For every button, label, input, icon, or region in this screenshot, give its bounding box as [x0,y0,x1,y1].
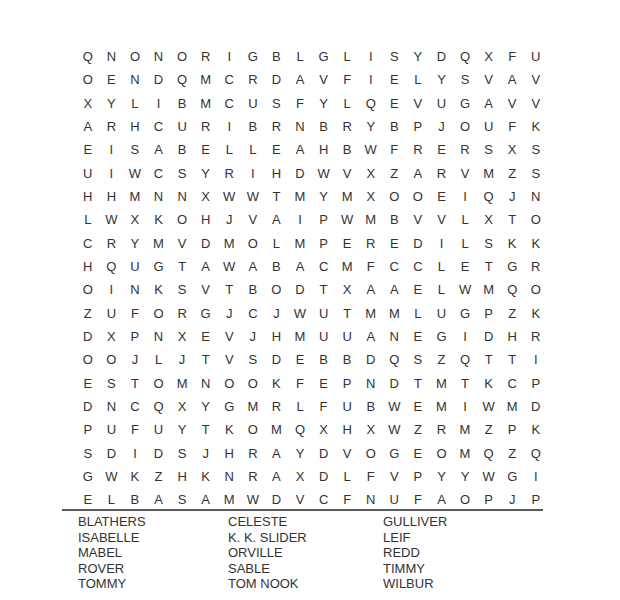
grid-cell[interactable]: B [383,115,407,138]
grid-cell[interactable]: B [170,138,194,161]
grid-cell[interactable]: R [194,115,218,138]
grid-cell[interactable]: O [524,278,548,301]
grid-cell[interactable]: J [194,442,218,465]
grid-cell[interactable]: I [453,395,477,418]
grid-cell[interactable]: A [500,68,524,91]
grid-cell[interactable]: W [241,185,265,208]
grid-cell[interactable]: A [383,278,407,301]
grid-cell[interactable]: D [76,325,100,348]
grid-cell[interactable]: W [335,208,359,231]
grid-cell[interactable]: N [147,185,171,208]
grid-cell[interactable]: Q [500,278,524,301]
grid-cell[interactable]: X [312,418,336,441]
grid-cell[interactable]: S [76,442,100,465]
grid-cell[interactable]: E [430,138,454,161]
grid-cell[interactable]: B [241,115,265,138]
grid-cell[interactable]: X [100,325,124,348]
grid-cell[interactable]: I [430,232,454,255]
grid-cell[interactable]: F [123,302,147,325]
grid-cell[interactable]: U [170,115,194,138]
grid-cell[interactable]: X [170,395,194,418]
grid-cell[interactable]: D [477,325,501,348]
grid-cell[interactable]: R [194,45,218,68]
grid-cell[interactable]: M [147,232,171,255]
grid-cell[interactable]: O [147,302,171,325]
grid-cell[interactable]: S [170,162,194,185]
grid-cell[interactable]: R [453,138,477,161]
grid-cell[interactable]: I [524,465,548,488]
grid-cell[interactable]: H [265,325,289,348]
grid-cell[interactable]: I [241,162,265,185]
grid-cell[interactable]: D [265,68,289,91]
grid-cell[interactable]: O [359,442,383,465]
grid-cell[interactable]: T [123,372,147,395]
grid-cell[interactable]: Z [500,162,524,185]
grid-cell[interactable]: V [383,465,407,488]
grid-cell[interactable]: W [123,162,147,185]
grid-cell[interactable]: H [170,465,194,488]
grid-cell[interactable]: A [288,255,312,278]
grid-cell[interactable]: C [406,255,430,278]
grid-cell[interactable]: L [288,395,312,418]
grid-cell[interactable]: S [170,442,194,465]
grid-cell[interactable]: W [383,395,407,418]
grid-cell[interactable]: U [123,255,147,278]
grid-cell[interactable]: H [123,115,147,138]
grid-cell[interactable]: E [194,138,218,161]
grid-cell[interactable]: X [170,325,194,348]
grid-cell[interactable]: O [241,232,265,255]
grid-cell[interactable]: H [335,418,359,441]
grid-cell[interactable]: Y [100,92,124,115]
grid-cell[interactable]: J [241,325,265,348]
grid-cell[interactable]: M [288,232,312,255]
grid-cell[interactable]: O [100,348,124,371]
grid-cell[interactable]: V [500,92,524,115]
grid-cell[interactable]: G [147,255,171,278]
grid-cell[interactable]: I [147,92,171,115]
grid-cell[interactable]: Y [288,442,312,465]
grid-cell[interactable]: G [500,255,524,278]
grid-cell[interactable]: D [194,232,218,255]
grid-cell[interactable]: L [123,92,147,115]
grid-cell[interactable]: S [524,162,548,185]
grid-cell[interactable]: A [194,255,218,278]
grid-cell[interactable]: M [194,92,218,115]
grid-cell[interactable]: J [170,348,194,371]
grid-cell[interactable]: V [241,208,265,231]
grid-cell[interactable]: D [100,442,124,465]
grid-cell[interactable]: K [524,232,548,255]
grid-cell[interactable]: G [453,92,477,115]
grid-cell[interactable]: U [76,162,100,185]
grid-cell[interactable]: G [241,45,265,68]
grid-cell[interactable]: C [500,372,524,395]
grid-cell[interactable]: Q [170,68,194,91]
grid-cell[interactable]: B [265,255,289,278]
grid-cell[interactable]: D [147,442,171,465]
grid-cell[interactable]: P [524,372,548,395]
grid-cell[interactable]: L [453,208,477,231]
grid-cell[interactable]: C [241,302,265,325]
grid-cell[interactable]: X [477,208,501,231]
grid-cell[interactable]: H [194,208,218,231]
grid-cell[interactable]: K [147,208,171,231]
grid-cell[interactable]: L [430,278,454,301]
grid-cell[interactable]: S [241,348,265,371]
grid-cell[interactable]: H [76,185,100,208]
grid-cell[interactable]: E [265,138,289,161]
grid-cell[interactable]: M [500,395,524,418]
grid-cell[interactable]: I [453,325,477,348]
grid-cell[interactable]: M [477,278,501,301]
grid-cell[interactable]: M [335,255,359,278]
grid-cell[interactable]: I [288,208,312,231]
grid-cell[interactable]: E [430,185,454,208]
grid-cell[interactable]: D [430,45,454,68]
grid-cell[interactable]: G [430,325,454,348]
grid-cell[interactable]: K [500,232,524,255]
grid-cell[interactable]: B [265,45,289,68]
grid-cell[interactable]: V [477,68,501,91]
grid-cell[interactable]: P [312,208,336,231]
grid-cell[interactable]: V [406,92,430,115]
grid-cell[interactable]: A [265,465,289,488]
grid-cell[interactable]: T [500,208,524,231]
grid-cell[interactable]: D [265,348,289,371]
grid-cell[interactable]: L [147,348,171,371]
grid-cell[interactable]: M [265,418,289,441]
grid-cell[interactable]: M [217,232,241,255]
grid-cell[interactable]: Q [477,185,501,208]
grid-cell[interactable]: D [312,465,336,488]
grid-cell[interactable]: N [217,465,241,488]
grid-cell[interactable]: A [241,255,265,278]
grid-cell[interactable]: S [524,138,548,161]
grid-cell[interactable]: O [241,372,265,395]
grid-cell[interactable]: N [100,395,124,418]
grid-cell[interactable]: G [500,465,524,488]
grid-cell[interactable]: L [406,68,430,91]
grid-cell[interactable]: O [383,185,407,208]
grid-cell[interactable]: R [430,418,454,441]
grid-cell[interactable]: F [288,372,312,395]
grid-cell[interactable]: O [453,115,477,138]
grid-cell[interactable]: Q [359,92,383,115]
grid-cell[interactable]: P [406,115,430,138]
grid-cell[interactable]: G [217,395,241,418]
grid-cell[interactable]: T [477,255,501,278]
grid-cell[interactable]: J [123,348,147,371]
grid-cell[interactable]: T [217,278,241,301]
grid-cell[interactable]: L [335,92,359,115]
grid-cell[interactable]: Y [194,395,218,418]
grid-cell[interactable]: Z [383,162,407,185]
grid-cell[interactable]: D [288,162,312,185]
grid-cell[interactable]: A [359,278,383,301]
grid-cell[interactable]: W [312,162,336,185]
grid-cell[interactable]: B [359,395,383,418]
grid-cell[interactable]: O [76,68,100,91]
grid-cell[interactable]: J [430,115,454,138]
grid-cell[interactable]: I [100,278,124,301]
grid-cell[interactable]: L [265,232,289,255]
grid-cell[interactable]: T [194,418,218,441]
grid-cell[interactable]: R [170,302,194,325]
grid-cell[interactable]: A [288,138,312,161]
grid-cell[interactable]: Y [453,465,477,488]
grid-cell[interactable]: R [524,255,548,278]
grid-cell[interactable]: H [76,255,100,278]
grid-cell[interactable]: C [217,92,241,115]
grid-cell[interactable]: B [335,138,359,161]
grid-cell[interactable]: O [265,278,289,301]
grid-cell[interactable]: K [524,418,548,441]
grid-cell[interactable]: L [430,255,454,278]
grid-cell[interactable]: N [288,115,312,138]
grid-cell[interactable]: C [76,232,100,255]
grid-cell[interactable]: K [524,302,548,325]
grid-cell[interactable]: M [430,395,454,418]
grid-cell[interactable]: E [312,372,336,395]
grid-cell[interactable]: L [406,302,430,325]
grid-cell[interactable]: I [217,45,241,68]
grid-cell[interactable]: X [123,208,147,231]
grid-cell[interactable]: M [383,302,407,325]
grid-cell[interactable]: L [217,138,241,161]
grid-cell[interactable]: S [265,92,289,115]
grid-cell[interactable]: D [312,442,336,465]
grid-cell[interactable]: V [170,232,194,255]
grid-cell[interactable]: K [217,418,241,441]
grid-cell[interactable]: B [312,115,336,138]
grid-cell[interactable]: L [288,45,312,68]
grid-cell[interactable]: Q [453,348,477,371]
grid-cell[interactable]: W [383,418,407,441]
grid-cell[interactable]: O [430,442,454,465]
grid-cell[interactable]: Z [76,302,100,325]
grid-cell[interactable]: K [123,465,147,488]
grid-cell[interactable]: D [524,395,548,418]
grid-cell[interactable]: I [359,45,383,68]
grid-cell[interactable]: H [100,185,124,208]
grid-cell[interactable]: O [241,418,265,441]
grid-cell[interactable]: F [288,92,312,115]
grid-cell[interactable]: T [170,255,194,278]
grid-cell[interactable]: I [100,138,124,161]
grid-cell[interactable]: E [194,325,218,348]
grid-cell[interactable]: M [288,185,312,208]
grid-cell[interactable]: N [147,45,171,68]
grid-cell[interactable]: Q [524,442,548,465]
grid-cell[interactable]: O [217,372,241,395]
grid-cell[interactable]: J [217,302,241,325]
grid-cell[interactable]: O [170,208,194,231]
grid-cell[interactable]: Q [147,395,171,418]
grid-cell[interactable]: K [147,278,171,301]
grid-cell[interactable]: S [406,348,430,371]
grid-cell[interactable]: D [383,372,407,395]
grid-cell[interactable]: L [453,232,477,255]
grid-cell[interactable]: W [477,395,501,418]
grid-cell[interactable]: L [335,465,359,488]
grid-cell[interactable]: M [123,185,147,208]
grid-cell[interactable]: V [453,162,477,185]
grid-cell[interactable]: B [241,278,265,301]
grid-cell[interactable]: O [76,278,100,301]
grid-cell[interactable]: Z [147,465,171,488]
grid-cell[interactable]: T [453,372,477,395]
grid-cell[interactable]: R [241,465,265,488]
grid-cell[interactable]: W [359,138,383,161]
grid-cell[interactable]: Y [194,162,218,185]
grid-cell[interactable]: D [359,348,383,371]
grid-cell[interactable]: S [453,68,477,91]
grid-cell[interactable]: H [312,138,336,161]
grid-cell[interactable]: N [383,325,407,348]
grid-cell[interactable]: V [194,278,218,301]
grid-cell[interactable]: U [100,418,124,441]
grid-cell[interactable]: P [312,232,336,255]
grid-cell[interactable]: M [477,162,501,185]
grid-cell[interactable]: Z [500,302,524,325]
grid-cell[interactable]: R [359,232,383,255]
grid-cell[interactable]: F [500,45,524,68]
grid-cell[interactable]: O [76,348,100,371]
grid-cell[interactable]: I [524,348,548,371]
grid-cell[interactable]: B [170,92,194,115]
grid-cell[interactable]: Y [359,115,383,138]
grid-cell[interactable]: B [312,348,336,371]
grid-cell[interactable]: F [359,255,383,278]
grid-cell[interactable]: Y [312,185,336,208]
grid-cell[interactable]: R [406,138,430,161]
grid-cell[interactable]: A [477,92,501,115]
grid-cell[interactable]: C [147,115,171,138]
grid-cell[interactable]: F [383,138,407,161]
grid-cell[interactable]: V [217,325,241,348]
grid-cell[interactable]: R [524,325,548,348]
grid-cell[interactable]: B [335,348,359,371]
grid-cell[interactable]: E [76,372,100,395]
grid-cell[interactable]: H [217,442,241,465]
grid-cell[interactable]: N [194,372,218,395]
grid-cell[interactable]: E [406,442,430,465]
grid-cell[interactable]: I [123,442,147,465]
grid-cell[interactable]: V [312,68,336,91]
grid-cell[interactable]: Y [430,68,454,91]
grid-cell[interactable]: N [524,185,548,208]
grid-cell[interactable]: T [312,278,336,301]
grid-cell[interactable]: A [288,68,312,91]
grid-cell[interactable]: T [500,348,524,371]
grid-cell[interactable]: J [500,185,524,208]
grid-cell[interactable]: U [241,92,265,115]
grid-cell[interactable]: X [194,185,218,208]
grid-cell[interactable]: O [147,372,171,395]
grid-cell[interactable]: A [76,115,100,138]
grid-cell[interactable]: C [147,162,171,185]
grid-cell[interactable]: N [123,68,147,91]
grid-cell[interactable]: E [335,232,359,255]
grid-cell[interactable]: S [383,45,407,68]
grid-cell[interactable]: Q [383,348,407,371]
grid-cell[interactable]: C [312,255,336,278]
grid-cell[interactable]: V [430,208,454,231]
grid-cell[interactable]: V [406,208,430,231]
grid-cell[interactable]: D [288,278,312,301]
grid-cell[interactable]: X [76,92,100,115]
grid-cell[interactable]: Y [170,418,194,441]
grid-cell[interactable]: Q [477,442,501,465]
grid-cell[interactable]: M [194,68,218,91]
grid-cell[interactable]: Y [430,465,454,488]
grid-cell[interactable]: F [359,465,383,488]
grid-cell[interactable]: Y [123,232,147,255]
grid-cell[interactable]: F [123,418,147,441]
grid-cell[interactable]: V [335,442,359,465]
grid-cell[interactable]: U [312,302,336,325]
grid-cell[interactable]: M [335,185,359,208]
grid-cell[interactable]: S [100,372,124,395]
grid-cell[interactable]: U [335,395,359,418]
grid-cell[interactable]: E [453,255,477,278]
grid-cell[interactable]: M [288,325,312,348]
grid-cell[interactable]: E [383,68,407,91]
grid-cell[interactable]: O [524,208,548,231]
grid-cell[interactable]: E [288,348,312,371]
grid-cell[interactable]: T [265,185,289,208]
grid-cell[interactable]: W [477,465,501,488]
grid-cell[interactable]: V [524,92,548,115]
grid-cell[interactable]: L [241,138,265,161]
grid-cell[interactable]: F [335,68,359,91]
grid-cell[interactable]: W [100,465,124,488]
grid-cell[interactable]: J [217,208,241,231]
grid-cell[interactable]: R [241,442,265,465]
grid-cell[interactable]: Z [430,348,454,371]
grid-cell[interactable]: K [194,465,218,488]
grid-cell[interactable]: A [147,138,171,161]
grid-cell[interactable]: N [100,45,124,68]
grid-cell[interactable]: Y [312,92,336,115]
grid-cell[interactable]: W [100,208,124,231]
grid-cell[interactable]: C [383,255,407,278]
grid-cell[interactable]: R [430,162,454,185]
grid-cell[interactable]: B [383,208,407,231]
grid-cell[interactable]: X [359,418,383,441]
grid-cell[interactable]: D [147,68,171,91]
grid-cell[interactable]: Z [406,418,430,441]
grid-cell[interactable]: P [123,325,147,348]
grid-cell[interactable]: G [383,442,407,465]
grid-cell[interactable]: I [453,185,477,208]
grid-cell[interactable]: G [312,45,336,68]
grid-cell[interactable]: F [500,115,524,138]
grid-cell[interactable]: P [335,372,359,395]
grid-cell[interactable]: E [100,68,124,91]
grid-cell[interactable]: A [265,442,289,465]
grid-cell[interactable]: E [406,395,430,418]
grid-cell[interactable]: X [335,278,359,301]
grid-cell[interactable]: K [265,372,289,395]
grid-cell[interactable]: N [147,325,171,348]
grid-cell[interactable]: O [406,185,430,208]
grid-cell[interactable]: U [335,325,359,348]
grid-cell[interactable]: Q [100,255,124,278]
grid-cell[interactable]: I [217,115,241,138]
grid-cell[interactable]: I [359,68,383,91]
